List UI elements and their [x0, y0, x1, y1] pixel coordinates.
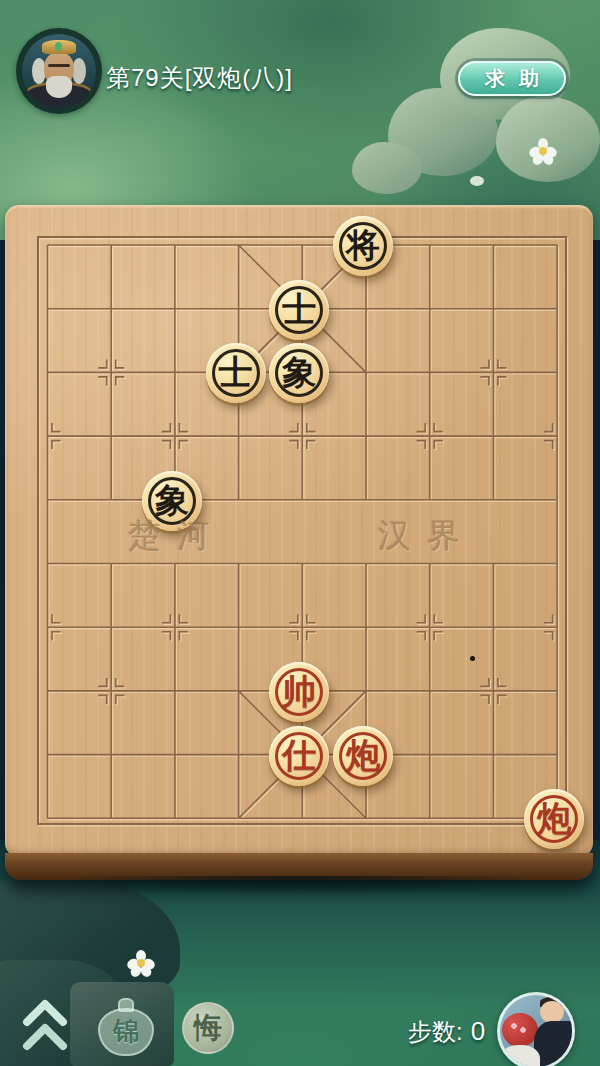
xiangqi-board[interactable]: 将士士象象帅仕炮炮 — [5, 205, 593, 857]
piece-帅-red[interactable]: 帅 — [269, 662, 329, 722]
piece-士-black[interactable]: 士 — [269, 280, 329, 340]
piece-将-black[interactable]: 将 — [333, 216, 393, 276]
dust-speck — [470, 656, 475, 661]
level-title: 第79关[双炮(八)] — [106, 62, 293, 94]
red-hat — [502, 1013, 538, 1047]
undo-button[interactable]: 悔 — [182, 1002, 234, 1054]
piece-仕-red[interactable]: 仕 — [269, 726, 329, 786]
river-text-left: 楚河 — [128, 514, 226, 559]
general-portrait — [22, 34, 96, 108]
child-head — [540, 1001, 564, 1023]
board-shadow — [0, 876, 600, 914]
help-button[interactable]: 求助 — [458, 61, 566, 96]
hint-bag-button[interactable]: 锦 — [98, 996, 154, 1056]
collapse-chevrons-icon[interactable] — [22, 998, 68, 1054]
hint-bag-label: 锦 — [98, 1014, 154, 1049]
piece-炮-red[interactable]: 炮 — [524, 789, 584, 849]
player-avatar[interactable] — [16, 28, 102, 114]
app-screen: { "header": { "level_title": "第79关[双炮(八)… — [0, 0, 600, 1066]
steps-value: 0 — [471, 1016, 485, 1046]
piece-炮-red[interactable]: 炮 — [333, 726, 393, 786]
river-text-right: 汉界 — [378, 514, 476, 559]
piece-士-black[interactable]: 士 — [206, 343, 266, 403]
steps-counter: 步数:0 — [408, 1016, 485, 1048]
user-avatar[interactable] — [497, 992, 575, 1066]
flower-icon — [128, 950, 154, 976]
pebble-icon — [470, 176, 484, 186]
rock-icon — [352, 142, 422, 194]
steps-label: 步数: — [408, 1018, 463, 1045]
flower-icon — [530, 138, 556, 164]
piece-象-black[interactable]: 象 — [269, 343, 329, 403]
